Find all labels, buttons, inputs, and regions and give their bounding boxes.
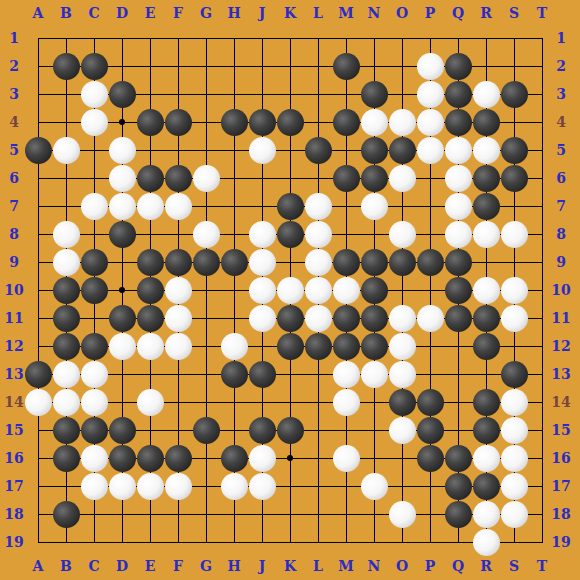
intersection-L3[interactable] — [304, 80, 332, 108]
intersection-A2[interactable] — [24, 52, 52, 80]
intersection-B6[interactable] — [52, 164, 80, 192]
intersection-Q11[interactable] — [444, 304, 472, 332]
intersection-L9[interactable] — [304, 248, 332, 276]
intersection-K7[interactable] — [276, 192, 304, 220]
intersection-H18[interactable] — [220, 500, 248, 528]
intersection-Q5[interactable] — [444, 136, 472, 164]
intersection-F8[interactable] — [164, 220, 192, 248]
intersection-N8[interactable] — [360, 220, 388, 248]
intersection-P3[interactable] — [416, 80, 444, 108]
intersection-S15[interactable] — [500, 416, 528, 444]
intersection-N6[interactable] — [360, 164, 388, 192]
intersection-A18[interactable] — [24, 500, 52, 528]
intersection-F1[interactable] — [164, 24, 192, 52]
intersection-A16[interactable] — [24, 444, 52, 472]
intersection-O17[interactable] — [388, 472, 416, 500]
intersection-F10[interactable] — [164, 276, 192, 304]
intersection-K13[interactable] — [276, 360, 304, 388]
intersection-Q3[interactable] — [444, 80, 472, 108]
intersection-K15[interactable] — [276, 416, 304, 444]
intersection-L14[interactable] — [304, 388, 332, 416]
intersection-R15[interactable] — [472, 416, 500, 444]
intersection-O18[interactable] — [388, 500, 416, 528]
intersection-S19[interactable] — [500, 528, 528, 556]
intersection-M6[interactable] — [332, 164, 360, 192]
intersection-H5[interactable] — [220, 136, 248, 164]
intersection-A3[interactable] — [24, 80, 52, 108]
intersection-D13[interactable] — [108, 360, 136, 388]
intersection-Q17[interactable] — [444, 472, 472, 500]
intersection-P12[interactable] — [416, 332, 444, 360]
intersection-T16[interactable] — [528, 444, 556, 472]
intersection-M17[interactable] — [332, 472, 360, 500]
intersection-H1[interactable] — [220, 24, 248, 52]
intersection-G10[interactable] — [192, 276, 220, 304]
intersection-G19[interactable] — [192, 528, 220, 556]
intersection-S12[interactable] — [500, 332, 528, 360]
intersection-A14[interactable] — [24, 388, 52, 416]
intersection-H8[interactable] — [220, 220, 248, 248]
intersection-J18[interactable] — [248, 500, 276, 528]
intersection-G5[interactable] — [192, 136, 220, 164]
intersection-D3[interactable] — [108, 80, 136, 108]
intersection-O16[interactable] — [388, 444, 416, 472]
intersection-F14[interactable] — [164, 388, 192, 416]
intersection-C15[interactable] — [80, 416, 108, 444]
intersection-E19[interactable] — [136, 528, 164, 556]
intersection-T19[interactable] — [528, 528, 556, 556]
intersection-M13[interactable] — [332, 360, 360, 388]
intersection-G12[interactable] — [192, 332, 220, 360]
intersection-T13[interactable] — [528, 360, 556, 388]
intersection-G1[interactable] — [192, 24, 220, 52]
intersection-J1[interactable] — [248, 24, 276, 52]
intersection-C12[interactable] — [80, 332, 108, 360]
intersection-B9[interactable] — [52, 248, 80, 276]
intersection-G16[interactable] — [192, 444, 220, 472]
intersection-A10[interactable] — [24, 276, 52, 304]
intersection-G18[interactable] — [192, 500, 220, 528]
intersection-M5[interactable] — [332, 136, 360, 164]
intersection-N18[interactable] — [360, 500, 388, 528]
intersection-O2[interactable] — [388, 52, 416, 80]
intersection-M14[interactable] — [332, 388, 360, 416]
intersection-R9[interactable] — [472, 248, 500, 276]
intersection-G8[interactable] — [192, 220, 220, 248]
intersection-P4[interactable] — [416, 108, 444, 136]
intersection-K19[interactable] — [276, 528, 304, 556]
intersection-P17[interactable] — [416, 472, 444, 500]
intersection-K10[interactable] — [276, 276, 304, 304]
intersection-E8[interactable] — [136, 220, 164, 248]
intersection-B4[interactable] — [52, 108, 80, 136]
intersection-S17[interactable] — [500, 472, 528, 500]
intersection-O14[interactable] — [388, 388, 416, 416]
intersection-P1[interactable] — [416, 24, 444, 52]
intersection-F19[interactable] — [164, 528, 192, 556]
intersection-K8[interactable] — [276, 220, 304, 248]
intersection-E7[interactable] — [136, 192, 164, 220]
intersection-P10[interactable] — [416, 276, 444, 304]
intersection-F6[interactable] — [164, 164, 192, 192]
intersection-K5[interactable] — [276, 136, 304, 164]
intersection-S7[interactable] — [500, 192, 528, 220]
intersection-S9[interactable] — [500, 248, 528, 276]
intersection-H14[interactable] — [220, 388, 248, 416]
intersection-Q2[interactable] — [444, 52, 472, 80]
intersection-A4[interactable] — [24, 108, 52, 136]
intersection-P13[interactable] — [416, 360, 444, 388]
intersection-J17[interactable] — [248, 472, 276, 500]
intersection-T14[interactable] — [528, 388, 556, 416]
intersection-F9[interactable] — [164, 248, 192, 276]
intersection-Q6[interactable] — [444, 164, 472, 192]
intersection-A15[interactable] — [24, 416, 52, 444]
intersection-E18[interactable] — [136, 500, 164, 528]
intersection-D18[interactable] — [108, 500, 136, 528]
intersection-B16[interactable] — [52, 444, 80, 472]
intersection-D7[interactable] — [108, 192, 136, 220]
intersection-B7[interactable] — [52, 192, 80, 220]
intersection-S5[interactable] — [500, 136, 528, 164]
intersection-K6[interactable] — [276, 164, 304, 192]
intersection-C10[interactable] — [80, 276, 108, 304]
intersection-T4[interactable] — [528, 108, 556, 136]
intersection-F4[interactable] — [164, 108, 192, 136]
intersection-J4[interactable] — [248, 108, 276, 136]
intersection-T8[interactable] — [528, 220, 556, 248]
intersection-E17[interactable] — [136, 472, 164, 500]
intersection-T7[interactable] — [528, 192, 556, 220]
intersection-L4[interactable] — [304, 108, 332, 136]
intersection-Q16[interactable] — [444, 444, 472, 472]
intersection-R3[interactable] — [472, 80, 500, 108]
intersection-E12[interactable] — [136, 332, 164, 360]
intersection-J2[interactable] — [248, 52, 276, 80]
intersection-O1[interactable] — [388, 24, 416, 52]
intersection-M15[interactable] — [332, 416, 360, 444]
intersection-N14[interactable] — [360, 388, 388, 416]
intersection-K11[interactable] — [276, 304, 304, 332]
intersection-N3[interactable] — [360, 80, 388, 108]
intersection-Q15[interactable] — [444, 416, 472, 444]
intersection-Q7[interactable] — [444, 192, 472, 220]
intersection-F5[interactable] — [164, 136, 192, 164]
intersection-M9[interactable] — [332, 248, 360, 276]
intersection-B14[interactable] — [52, 388, 80, 416]
intersection-E15[interactable] — [136, 416, 164, 444]
intersection-D9[interactable] — [108, 248, 136, 276]
intersection-O6[interactable] — [388, 164, 416, 192]
intersection-Q19[interactable] — [444, 528, 472, 556]
intersection-C18[interactable] — [80, 500, 108, 528]
intersection-T9[interactable] — [528, 248, 556, 276]
intersection-M12[interactable] — [332, 332, 360, 360]
intersection-F11[interactable] — [164, 304, 192, 332]
intersection-J8[interactable] — [248, 220, 276, 248]
intersection-A12[interactable] — [24, 332, 52, 360]
intersection-D12[interactable] — [108, 332, 136, 360]
intersection-N2[interactable] — [360, 52, 388, 80]
intersection-R16[interactable] — [472, 444, 500, 472]
intersection-T6[interactable] — [528, 164, 556, 192]
intersection-R1[interactable] — [472, 24, 500, 52]
intersection-S8[interactable] — [500, 220, 528, 248]
intersection-N10[interactable] — [360, 276, 388, 304]
intersection-J15[interactable] — [248, 416, 276, 444]
intersection-O19[interactable] — [388, 528, 416, 556]
intersection-F18[interactable] — [164, 500, 192, 528]
intersection-O12[interactable] — [388, 332, 416, 360]
intersection-G4[interactable] — [192, 108, 220, 136]
intersection-O9[interactable] — [388, 248, 416, 276]
intersection-N19[interactable] — [360, 528, 388, 556]
intersection-M11[interactable] — [332, 304, 360, 332]
intersection-H17[interactable] — [220, 472, 248, 500]
intersection-L17[interactable] — [304, 472, 332, 500]
intersection-Q1[interactable] — [444, 24, 472, 52]
intersection-P18[interactable] — [416, 500, 444, 528]
intersection-D4[interactable] — [108, 108, 136, 136]
intersection-B19[interactable] — [52, 528, 80, 556]
intersection-P8[interactable] — [416, 220, 444, 248]
intersection-E3[interactable] — [136, 80, 164, 108]
intersection-L16[interactable] — [304, 444, 332, 472]
intersection-C16[interactable] — [80, 444, 108, 472]
intersection-R17[interactable] — [472, 472, 500, 500]
intersection-D10[interactable] — [108, 276, 136, 304]
intersection-A5[interactable] — [24, 136, 52, 164]
intersection-S2[interactable] — [500, 52, 528, 80]
intersection-K9[interactable] — [276, 248, 304, 276]
intersection-Q12[interactable] — [444, 332, 472, 360]
intersection-P5[interactable] — [416, 136, 444, 164]
intersection-M3[interactable] — [332, 80, 360, 108]
intersection-J7[interactable] — [248, 192, 276, 220]
intersection-Q4[interactable] — [444, 108, 472, 136]
intersection-C7[interactable] — [80, 192, 108, 220]
intersection-O4[interactable] — [388, 108, 416, 136]
intersection-L10[interactable] — [304, 276, 332, 304]
intersection-H2[interactable] — [220, 52, 248, 80]
intersection-K17[interactable] — [276, 472, 304, 500]
intersection-R10[interactable] — [472, 276, 500, 304]
intersection-F3[interactable] — [164, 80, 192, 108]
intersection-P7[interactable] — [416, 192, 444, 220]
intersection-T1[interactable] — [528, 24, 556, 52]
intersection-L18[interactable] — [304, 500, 332, 528]
intersection-P19[interactable] — [416, 528, 444, 556]
intersection-T18[interactable] — [528, 500, 556, 528]
intersection-S11[interactable] — [500, 304, 528, 332]
intersection-O3[interactable] — [388, 80, 416, 108]
intersection-N16[interactable] — [360, 444, 388, 472]
intersection-N11[interactable] — [360, 304, 388, 332]
intersection-E9[interactable] — [136, 248, 164, 276]
intersection-P2[interactable] — [416, 52, 444, 80]
intersection-L1[interactable] — [304, 24, 332, 52]
intersection-D11[interactable] — [108, 304, 136, 332]
intersection-S10[interactable] — [500, 276, 528, 304]
intersection-L13[interactable] — [304, 360, 332, 388]
intersection-M2[interactable] — [332, 52, 360, 80]
intersection-C8[interactable] — [80, 220, 108, 248]
intersection-R13[interactable] — [472, 360, 500, 388]
intersection-R14[interactable] — [472, 388, 500, 416]
intersection-A8[interactable] — [24, 220, 52, 248]
intersection-G2[interactable] — [192, 52, 220, 80]
intersection-D14[interactable] — [108, 388, 136, 416]
intersection-E2[interactable] — [136, 52, 164, 80]
intersection-J10[interactable] — [248, 276, 276, 304]
intersection-G17[interactable] — [192, 472, 220, 500]
intersection-J12[interactable] — [248, 332, 276, 360]
intersection-C11[interactable] — [80, 304, 108, 332]
intersection-B3[interactable] — [52, 80, 80, 108]
intersection-C3[interactable] — [80, 80, 108, 108]
intersection-D8[interactable] — [108, 220, 136, 248]
intersection-F17[interactable] — [164, 472, 192, 500]
intersection-K12[interactable] — [276, 332, 304, 360]
intersection-L12[interactable] — [304, 332, 332, 360]
intersection-T3[interactable] — [528, 80, 556, 108]
intersection-H12[interactable] — [220, 332, 248, 360]
intersection-O7[interactable] — [388, 192, 416, 220]
intersection-D6[interactable] — [108, 164, 136, 192]
intersection-D1[interactable] — [108, 24, 136, 52]
intersection-L6[interactable] — [304, 164, 332, 192]
intersection-K16[interactable] — [276, 444, 304, 472]
intersection-Q9[interactable] — [444, 248, 472, 276]
intersection-H11[interactable] — [220, 304, 248, 332]
intersection-K3[interactable] — [276, 80, 304, 108]
intersection-B12[interactable] — [52, 332, 80, 360]
intersection-R18[interactable] — [472, 500, 500, 528]
intersection-M16[interactable] — [332, 444, 360, 472]
intersection-H13[interactable] — [220, 360, 248, 388]
intersection-B2[interactable] — [52, 52, 80, 80]
intersection-H9[interactable] — [220, 248, 248, 276]
intersection-Q14[interactable] — [444, 388, 472, 416]
intersection-S13[interactable] — [500, 360, 528, 388]
intersection-C6[interactable] — [80, 164, 108, 192]
intersection-L11[interactable] — [304, 304, 332, 332]
intersection-K2[interactable] — [276, 52, 304, 80]
intersection-B15[interactable] — [52, 416, 80, 444]
intersection-T10[interactable] — [528, 276, 556, 304]
intersection-K4[interactable] — [276, 108, 304, 136]
intersection-N15[interactable] — [360, 416, 388, 444]
intersection-G13[interactable] — [192, 360, 220, 388]
intersection-T15[interactable] — [528, 416, 556, 444]
intersection-H3[interactable] — [220, 80, 248, 108]
intersection-O11[interactable] — [388, 304, 416, 332]
intersection-M8[interactable] — [332, 220, 360, 248]
intersection-M18[interactable] — [332, 500, 360, 528]
intersection-T5[interactable] — [528, 136, 556, 164]
intersection-D5[interactable] — [108, 136, 136, 164]
intersection-E6[interactable] — [136, 164, 164, 192]
intersection-R8[interactable] — [472, 220, 500, 248]
intersection-F16[interactable] — [164, 444, 192, 472]
intersection-O5[interactable] — [388, 136, 416, 164]
intersection-G11[interactable] — [192, 304, 220, 332]
intersection-A9[interactable] — [24, 248, 52, 276]
intersection-Q13[interactable] — [444, 360, 472, 388]
intersection-A6[interactable] — [24, 164, 52, 192]
intersection-R19[interactable] — [472, 528, 500, 556]
intersection-H10[interactable] — [220, 276, 248, 304]
intersection-D19[interactable] — [108, 528, 136, 556]
intersection-N12[interactable] — [360, 332, 388, 360]
intersection-P15[interactable] — [416, 416, 444, 444]
intersection-J13[interactable] — [248, 360, 276, 388]
intersection-M10[interactable] — [332, 276, 360, 304]
intersection-C14[interactable] — [80, 388, 108, 416]
intersection-S6[interactable] — [500, 164, 528, 192]
intersection-N9[interactable] — [360, 248, 388, 276]
intersection-D16[interactable] — [108, 444, 136, 472]
intersection-H7[interactable] — [220, 192, 248, 220]
intersection-T2[interactable] — [528, 52, 556, 80]
intersection-P9[interactable] — [416, 248, 444, 276]
intersection-N4[interactable] — [360, 108, 388, 136]
intersection-S3[interactable] — [500, 80, 528, 108]
intersection-O15[interactable] — [388, 416, 416, 444]
intersection-D15[interactable] — [108, 416, 136, 444]
intersection-N1[interactable] — [360, 24, 388, 52]
intersection-L15[interactable] — [304, 416, 332, 444]
intersection-B5[interactable] — [52, 136, 80, 164]
intersection-H19[interactable] — [220, 528, 248, 556]
intersection-B11[interactable] — [52, 304, 80, 332]
intersection-L2[interactable] — [304, 52, 332, 80]
intersection-E16[interactable] — [136, 444, 164, 472]
intersection-Q8[interactable] — [444, 220, 472, 248]
intersection-E14[interactable] — [136, 388, 164, 416]
intersection-G7[interactable] — [192, 192, 220, 220]
intersection-P16[interactable] — [416, 444, 444, 472]
intersection-A1[interactable] — [24, 24, 52, 52]
intersection-G9[interactable] — [192, 248, 220, 276]
intersection-A17[interactable] — [24, 472, 52, 500]
intersection-O8[interactable] — [388, 220, 416, 248]
intersection-H6[interactable] — [220, 164, 248, 192]
intersection-D2[interactable] — [108, 52, 136, 80]
intersection-M7[interactable] — [332, 192, 360, 220]
intersection-T12[interactable] — [528, 332, 556, 360]
intersection-S14[interactable] — [500, 388, 528, 416]
intersection-G14[interactable] — [192, 388, 220, 416]
intersection-D17[interactable] — [108, 472, 136, 500]
intersection-R5[interactable] — [472, 136, 500, 164]
intersection-B1[interactable] — [52, 24, 80, 52]
intersection-S1[interactable] — [500, 24, 528, 52]
intersection-A7[interactable] — [24, 192, 52, 220]
intersection-L19[interactable] — [304, 528, 332, 556]
intersection-R12[interactable] — [472, 332, 500, 360]
intersection-A19[interactable] — [24, 528, 52, 556]
intersection-N13[interactable] — [360, 360, 388, 388]
intersection-G6[interactable] — [192, 164, 220, 192]
intersection-M1[interactable] — [332, 24, 360, 52]
intersection-B13[interactable] — [52, 360, 80, 388]
intersection-E1[interactable] — [136, 24, 164, 52]
intersection-F7[interactable] — [164, 192, 192, 220]
intersection-F12[interactable] — [164, 332, 192, 360]
intersection-T11[interactable] — [528, 304, 556, 332]
intersection-R11[interactable] — [472, 304, 500, 332]
